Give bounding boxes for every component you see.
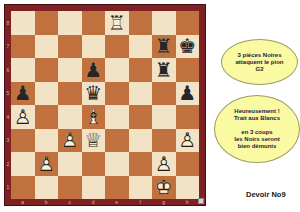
bubble-attack-line-3: G2 — [255, 66, 263, 73]
black-rook-g6: ♜ — [152, 58, 176, 82]
bubble-comment-line-4: en 3 coups — [241, 129, 272, 136]
square-b7 — [35, 35, 59, 59]
rank-label-4: 4 — [5, 114, 11, 120]
square-h6 — [176, 58, 200, 82]
square-f8 — [129, 11, 153, 35]
square-d3: ♛♕ — [82, 129, 106, 153]
file-label-c: c — [58, 199, 82, 205]
square-g8 — [152, 11, 176, 35]
black-queen-d5: ♛ — [82, 82, 106, 106]
square-f6 — [129, 58, 153, 82]
file-label-f: f — [129, 199, 153, 205]
file-label-e: e — [105, 199, 129, 205]
square-g3 — [152, 129, 176, 153]
rank-label-6: 6 — [5, 67, 11, 73]
square-c4 — [58, 105, 82, 129]
white-piece-outline: ♙ — [11, 105, 35, 129]
white-piece-outline: ♙ — [35, 152, 59, 176]
file-label-h: h — [176, 199, 200, 205]
white-king-g1: ♚♔ — [152, 176, 176, 200]
black-pawn-d6: ♟ — [82, 58, 106, 82]
square-e1 — [105, 176, 129, 200]
square-a6 — [11, 58, 35, 82]
square-a3 — [11, 129, 35, 153]
white-pawn-b2: ♟♙ — [35, 152, 59, 176]
bubble-comment-line-6: bien démunis — [238, 143, 277, 150]
annotation-bubble-comment: Heureusement ! Trait aux Blancs en 3 cou… — [214, 95, 300, 163]
white-pawn-g2: ♟♙ — [152, 152, 176, 176]
square-b1 — [35, 176, 59, 200]
white-rook-e8: ♜♖ — [105, 11, 129, 35]
square-d4: ♝♗ — [82, 105, 106, 129]
white-piece-outline: ♙ — [58, 129, 82, 153]
square-a2 — [11, 152, 35, 176]
square-a4: ♟♙ — [11, 105, 35, 129]
white-piece-outline: ♙ — [176, 129, 200, 153]
white-queen-d3: ♛♕ — [82, 129, 106, 153]
white-piece-outline: ♙ — [152, 152, 176, 176]
square-g6: ♜ — [152, 58, 176, 82]
square-e3 — [105, 129, 129, 153]
board-corner-mark — [198, 198, 204, 204]
square-b4 — [35, 105, 59, 129]
bubble-comment-line-1: Heureusement ! — [234, 108, 279, 115]
bubble-attack-line-2: attaquent le pion — [236, 59, 284, 66]
square-f2 — [129, 152, 153, 176]
rank-label-7: 7 — [5, 43, 11, 49]
black-king-h7: ♚ — [176, 35, 200, 59]
white-pawn-c3: ♟♙ — [58, 129, 82, 153]
square-d1 — [82, 176, 106, 200]
square-d8 — [82, 11, 106, 35]
square-e2 — [105, 152, 129, 176]
file-label-a: a — [11, 199, 35, 205]
square-f5 — [129, 82, 153, 106]
bubble-comment-line-2: Trait aux Blancs — [234, 115, 280, 122]
white-piece-outline: ♔ — [152, 176, 176, 200]
white-pawn-h3: ♟♙ — [176, 129, 200, 153]
square-f3 — [129, 129, 153, 153]
black-pawn-a5: ♟ — [11, 82, 35, 106]
square-e5 — [105, 82, 129, 106]
black-rook-g7: ♜ — [152, 35, 176, 59]
square-a8 — [11, 11, 35, 35]
white-piece-outline: ♗ — [82, 105, 106, 129]
square-e6 — [105, 58, 129, 82]
square-h7: ♚ — [176, 35, 200, 59]
black-pawn-h5: ♟ — [176, 82, 200, 106]
square-e8: ♜♖ — [105, 11, 129, 35]
rank-label-5: 5 — [5, 90, 11, 96]
white-piece-outline: ♖ — [105, 11, 129, 35]
board-grid: ♜♖♜♚♟♜♟♛♟♟♙♝♗♟♙♛♕♟♙♟♙♟♙♚♔ — [11, 11, 199, 199]
square-d7 — [82, 35, 106, 59]
file-label-d: d — [82, 199, 106, 205]
square-f7 — [129, 35, 153, 59]
square-a5: ♟ — [11, 82, 35, 106]
square-b5 — [35, 82, 59, 106]
square-h2 — [176, 152, 200, 176]
square-c6 — [58, 58, 82, 82]
bubble-comment-line-5: les Noirs seront — [234, 136, 279, 143]
square-g7: ♜ — [152, 35, 176, 59]
square-f1 — [129, 176, 153, 200]
square-g1: ♚♔ — [152, 176, 176, 200]
white-bishop-d4: ♝♗ — [82, 105, 106, 129]
square-c5 — [58, 82, 82, 106]
white-piece-outline: ♕ — [82, 129, 106, 153]
rank-label-1: 1 — [5, 184, 11, 190]
square-b2: ♟♙ — [35, 152, 59, 176]
square-c7 — [58, 35, 82, 59]
square-d2 — [82, 152, 106, 176]
square-b3 — [35, 129, 59, 153]
square-c3: ♟♙ — [58, 129, 82, 153]
square-g5 — [152, 82, 176, 106]
square-c2 — [58, 152, 82, 176]
square-e4 — [105, 105, 129, 129]
rank-label-3: 3 — [5, 137, 11, 143]
rank-label-8: 8 — [5, 20, 11, 26]
square-e7 — [105, 35, 129, 59]
square-d6: ♟ — [82, 58, 106, 82]
square-a1 — [11, 176, 35, 200]
chess-board: ♜♖♜♚♟♜♟♛♟♟♙♝♗♟♙♛♕♟♙♟♙♟♙♚♔ 87654321 abcde… — [5, 5, 205, 205]
annotation-bubble-attack: 3 pièces Noires attaquent le pion G2 — [221, 39, 298, 85]
square-h8 — [176, 11, 200, 35]
square-c8 — [58, 11, 82, 35]
file-label-g: g — [152, 199, 176, 205]
square-f4 — [129, 105, 153, 129]
white-pawn-a4: ♟♙ — [11, 105, 35, 129]
rank-label-2: 2 — [5, 161, 11, 167]
square-h5: ♟ — [176, 82, 200, 106]
file-label-b: b — [35, 199, 59, 205]
square-h4 — [176, 105, 200, 129]
square-g2: ♟♙ — [152, 152, 176, 176]
page: ♜♖♜♚♟♜♟♛♟♟♙♝♗♟♙♛♕♟♙♟♙♟♙♚♔ 87654321 abcde… — [0, 0, 300, 212]
square-d5: ♛ — [82, 82, 106, 106]
square-h3: ♟♙ — [176, 129, 200, 153]
caption-devoir: Devoir No9 — [246, 190, 286, 199]
square-b6 — [35, 58, 59, 82]
square-h1 — [176, 176, 200, 200]
square-c1 — [58, 176, 82, 200]
square-a7 — [11, 35, 35, 59]
bubble-attack-line-1: 3 pièces Noires — [237, 52, 281, 59]
square-g4 — [152, 105, 176, 129]
square-b8 — [35, 11, 59, 35]
